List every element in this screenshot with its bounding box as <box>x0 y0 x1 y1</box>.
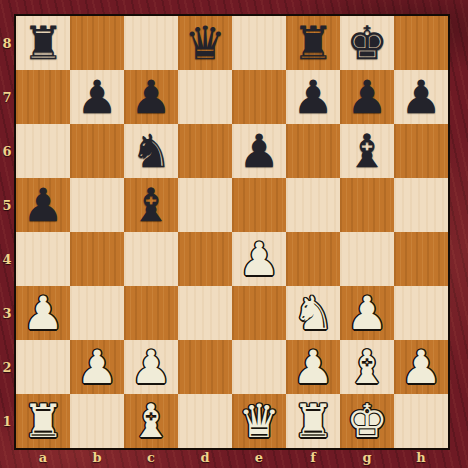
square-f2[interactable]: ♟ <box>286 340 340 394</box>
square-a6[interactable] <box>16 124 70 178</box>
square-g8[interactable]: ♚ <box>340 16 394 70</box>
piece-black-rook[interactable]: ♜ <box>286 16 340 70</box>
piece-black-pawn[interactable]: ♟ <box>286 70 340 124</box>
piece-black-rook[interactable]: ♜ <box>16 16 70 70</box>
piece-white-rook[interactable]: ♜ <box>286 394 340 448</box>
square-e3[interactable] <box>232 286 286 340</box>
rank-label-3: 3 <box>0 286 14 340</box>
square-c6[interactable]: ♞ <box>124 124 178 178</box>
file-label-a: a <box>16 448 70 467</box>
square-b1[interactable] <box>70 394 124 448</box>
rank-label-6: 6 <box>0 124 14 178</box>
square-c4[interactable] <box>124 232 178 286</box>
square-h2[interactable]: ♟ <box>394 340 448 394</box>
piece-black-pawn[interactable]: ♟ <box>124 70 178 124</box>
square-c1[interactable]: ♝ <box>124 394 178 448</box>
square-g5[interactable] <box>340 178 394 232</box>
piece-black-bishop[interactable]: ♝ <box>340 124 394 178</box>
piece-black-pawn[interactable]: ♟ <box>16 178 70 232</box>
square-a8[interactable]: ♜ <box>16 16 70 70</box>
rank-label-8: 8 <box>0 16 14 70</box>
piece-white-pawn[interactable]: ♟ <box>394 340 448 394</box>
piece-black-bishop[interactable]: ♝ <box>124 178 178 232</box>
square-e4[interactable]: ♟ <box>232 232 286 286</box>
square-b7[interactable]: ♟ <box>70 70 124 124</box>
square-d4[interactable] <box>178 232 232 286</box>
square-f5[interactable] <box>286 178 340 232</box>
file-label-c: c <box>124 448 178 467</box>
file-label-b: b <box>70 448 124 467</box>
square-h7[interactable]: ♟ <box>394 70 448 124</box>
square-b4[interactable] <box>70 232 124 286</box>
piece-white-knight[interactable]: ♞ <box>286 286 340 340</box>
square-f7[interactable]: ♟ <box>286 70 340 124</box>
piece-black-queen[interactable]: ♛ <box>178 16 232 70</box>
square-h6[interactable] <box>394 124 448 178</box>
square-a5[interactable]: ♟ <box>16 178 70 232</box>
square-g3[interactable]: ♟ <box>340 286 394 340</box>
square-c7[interactable]: ♟ <box>124 70 178 124</box>
piece-white-pawn[interactable]: ♟ <box>124 340 178 394</box>
piece-black-pawn[interactable]: ♟ <box>394 70 448 124</box>
square-e1[interactable]: ♛ <box>232 394 286 448</box>
file-label-f: f <box>286 448 340 467</box>
piece-white-bishop[interactable]: ♝ <box>124 394 178 448</box>
rank-label-2: 2 <box>0 340 14 394</box>
piece-white-pawn[interactable]: ♟ <box>70 340 124 394</box>
square-c3[interactable] <box>124 286 178 340</box>
square-b8[interactable] <box>70 16 124 70</box>
square-g4[interactable] <box>340 232 394 286</box>
file-label-h: h <box>394 448 448 467</box>
piece-white-queen[interactable]: ♛ <box>232 394 286 448</box>
rank-label-1: 1 <box>0 394 14 448</box>
square-g2[interactable]: ♝ <box>340 340 394 394</box>
square-g1[interactable]: ♚ <box>340 394 394 448</box>
square-b3[interactable] <box>70 286 124 340</box>
square-e8[interactable] <box>232 16 286 70</box>
square-h8[interactable] <box>394 16 448 70</box>
square-g7[interactable]: ♟ <box>340 70 394 124</box>
square-f3[interactable]: ♞ <box>286 286 340 340</box>
piece-white-king[interactable]: ♚ <box>340 394 394 448</box>
square-e7[interactable] <box>232 70 286 124</box>
square-a4[interactable] <box>16 232 70 286</box>
piece-white-pawn[interactable]: ♟ <box>340 286 394 340</box>
square-e2[interactable] <box>232 340 286 394</box>
piece-white-pawn[interactable]: ♟ <box>232 232 286 286</box>
square-a2[interactable] <box>16 340 70 394</box>
file-label-e: e <box>232 448 286 467</box>
piece-black-pawn[interactable]: ♟ <box>70 70 124 124</box>
piece-white-bishop[interactable]: ♝ <box>340 340 394 394</box>
square-e5[interactable] <box>232 178 286 232</box>
piece-black-pawn[interactable]: ♟ <box>232 124 286 178</box>
square-h5[interactable] <box>394 178 448 232</box>
piece-black-king[interactable]: ♚ <box>340 16 394 70</box>
square-f4[interactable] <box>286 232 340 286</box>
rank-label-4: 4 <box>0 232 14 286</box>
square-c8[interactable] <box>124 16 178 70</box>
square-f6[interactable] <box>286 124 340 178</box>
square-d3[interactable] <box>178 286 232 340</box>
chess-board-frame: 87654321 abcdefgh ♜♛♜♚♟♟♟♟♟♞♟♝♟♝♟♟♞♟♟♟♟♝… <box>0 0 468 468</box>
square-g6[interactable]: ♝ <box>340 124 394 178</box>
square-d7[interactable] <box>178 70 232 124</box>
piece-white-pawn[interactable]: ♟ <box>16 286 70 340</box>
piece-white-rook[interactable]: ♜ <box>16 394 70 448</box>
square-c5[interactable]: ♝ <box>124 178 178 232</box>
piece-white-pawn[interactable]: ♟ <box>286 340 340 394</box>
rank-labels: 87654321 <box>0 16 14 448</box>
file-label-d: d <box>178 448 232 467</box>
square-a3[interactable]: ♟ <box>16 286 70 340</box>
square-b6[interactable] <box>70 124 124 178</box>
rank-label-5: 5 <box>0 178 14 232</box>
square-c2[interactable]: ♟ <box>124 340 178 394</box>
square-a7[interactable] <box>16 70 70 124</box>
square-f8[interactable]: ♜ <box>286 16 340 70</box>
square-h1[interactable] <box>394 394 448 448</box>
square-b2[interactable]: ♟ <box>70 340 124 394</box>
file-labels: abcdefgh <box>16 448 448 467</box>
piece-black-pawn[interactable]: ♟ <box>340 70 394 124</box>
square-d6[interactable] <box>178 124 232 178</box>
square-d5[interactable] <box>178 178 232 232</box>
rank-label-7: 7 <box>0 70 14 124</box>
square-h3[interactable] <box>394 286 448 340</box>
square-d1[interactable] <box>178 394 232 448</box>
square-d2[interactable] <box>178 340 232 394</box>
square-a1[interactable]: ♜ <box>16 394 70 448</box>
piece-black-knight[interactable]: ♞ <box>124 124 178 178</box>
square-d8[interactable]: ♛ <box>178 16 232 70</box>
square-f1[interactable]: ♜ <box>286 394 340 448</box>
file-label-g: g <box>340 448 394 467</box>
square-b5[interactable] <box>70 178 124 232</box>
chess-board[interactable]: ♜♛♜♚♟♟♟♟♟♞♟♝♟♝♟♟♞♟♟♟♟♝♟♜♝♛♜♚ <box>14 14 450 450</box>
square-h4[interactable] <box>394 232 448 286</box>
square-e6[interactable]: ♟ <box>232 124 286 178</box>
